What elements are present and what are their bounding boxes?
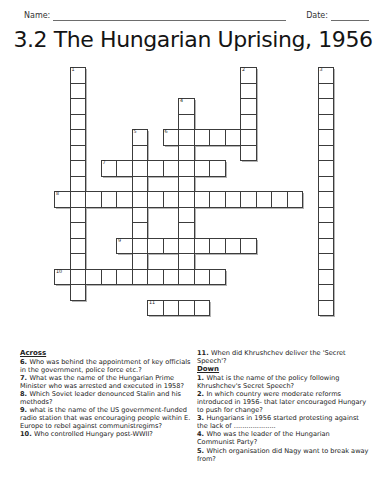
- grid-cell[interactable]: [132, 191, 149, 208]
- grid-cell[interactable]: [85, 191, 102, 208]
- grid-cell[interactable]: [178, 207, 195, 224]
- grid-cell[interactable]: [70, 253, 87, 270]
- grid-cell[interactable]: [70, 145, 87, 162]
- grid-cell[interactable]: [178, 269, 195, 286]
- grid-cell[interactable]: [116, 191, 133, 208]
- grid-cell[interactable]: [147, 191, 164, 208]
- grid-cell[interactable]: [132, 176, 149, 193]
- grid-cell[interactable]: [240, 238, 257, 255]
- grid-cell[interactable]: [225, 129, 242, 146]
- clue-item: 6. Who was behind the appointment of key…: [20, 358, 194, 374]
- grid-cell[interactable]: [70, 129, 87, 146]
- grid-cell[interactable]: [318, 207, 335, 224]
- grid-cell[interactable]: [178, 176, 195, 193]
- clue-item: 1. What is the name of the policy follow…: [197, 374, 369, 390]
- grid-cell[interactable]: [132, 145, 149, 162]
- grid-cell[interactable]: [318, 191, 335, 208]
- grid-cell[interactable]: [70, 207, 87, 224]
- date-input-line[interactable]: [331, 11, 369, 21]
- grid-cell[interactable]: [54, 191, 71, 208]
- grid-cell[interactable]: [240, 145, 257, 162]
- grid-cell[interactable]: [240, 98, 257, 115]
- grid-cell[interactable]: [132, 269, 149, 286]
- grid-cell[interactable]: [240, 191, 257, 208]
- grid-cell[interactable]: [318, 176, 335, 193]
- grid-cell[interactable]: [318, 222, 335, 239]
- grid-cell[interactable]: [318, 284, 335, 301]
- clue-item: 3. Hungarians in 1956 started protesting…: [197, 414, 369, 430]
- down-clue-list: 1. What is the name of the policy follow…: [197, 374, 369, 463]
- grid-cell[interactable]: [240, 114, 257, 131]
- grid-cell[interactable]: [163, 238, 180, 255]
- grid-cell[interactable]: [54, 269, 71, 286]
- clue-item: 9. what is the name of the US government…: [20, 406, 194, 430]
- grid-cell[interactable]: [271, 191, 288, 208]
- grid-cell[interactable]: [70, 160, 87, 177]
- grid-cell[interactable]: [70, 222, 87, 239]
- clue-item: 5. Which organisation did Nagy want to b…: [197, 447, 369, 463]
- grid-cell[interactable]: [116, 269, 133, 286]
- page-title: 3.2 The Hungarian Uprising, 1956: [0, 27, 386, 52]
- clue-item: 4. Who was the leader of the Hungarian C…: [197, 430, 369, 446]
- grid-cell[interactable]: [318, 67, 335, 84]
- crossword-grid: 1234567891011: [54, 67, 334, 316]
- grid-cell[interactable]: [240, 83, 257, 100]
- grid-cell[interactable]: [178, 222, 195, 239]
- grid-cell[interactable]: [318, 145, 335, 162]
- grid-cell[interactable]: [194, 269, 211, 286]
- grid-cell[interactable]: [318, 98, 335, 115]
- name-date-row: Name: Date:: [24, 11, 369, 21]
- clue-item: 7. What was the name of the Hungarian Pr…: [20, 374, 194, 390]
- worksheet-page: Name: Date: 3.2 The Hungarian Uprising, …: [0, 0, 386, 500]
- grid-cell[interactable]: [85, 269, 102, 286]
- grid-cell[interactable]: [318, 300, 335, 317]
- grid-cell[interactable]: [116, 160, 133, 177]
- grid-cell[interactable]: [163, 191, 180, 208]
- grid-cell[interactable]: [318, 238, 335, 255]
- clue-item: 10. Who controlled Hungary post-WWII?: [20, 430, 194, 438]
- grid-cell[interactable]: [194, 191, 211, 208]
- grid-cell[interactable]: [101, 160, 118, 177]
- grid-cell[interactable]: [194, 129, 211, 146]
- grid-cell[interactable]: [70, 284, 87, 301]
- grid-cell[interactable]: [70, 67, 87, 84]
- grid-cell[interactable]: [70, 176, 87, 193]
- grid-cell[interactable]: [194, 300, 211, 317]
- grid-cell[interactable]: [147, 269, 164, 286]
- grid-cell[interactable]: [256, 191, 273, 208]
- grid-cell[interactable]: [209, 238, 226, 255]
- grid-cell[interactable]: [318, 83, 335, 100]
- clue-item: 8. Which Soviet leader denounced Stalin …: [20, 390, 194, 406]
- grid-cell[interactable]: [147, 238, 164, 255]
- grid-cell[interactable]: [225, 191, 242, 208]
- grid-cell[interactable]: [132, 160, 149, 177]
- down-clues-column: 11. When did Khrushchev deliver the 'Sec…: [197, 349, 369, 463]
- grid-cell[interactable]: [318, 129, 335, 146]
- grid-cell[interactable]: [178, 145, 195, 162]
- grid-cell[interactable]: [147, 300, 164, 317]
- grid-cell[interactable]: [178, 160, 195, 177]
- grid-cell[interactable]: [178, 300, 195, 317]
- grid-cell[interactable]: [178, 114, 195, 131]
- grid-cell[interactable]: [194, 160, 211, 177]
- grid-cell[interactable]: [318, 269, 335, 286]
- grid-cell[interactable]: [178, 129, 195, 146]
- grid-cell[interactable]: [287, 191, 304, 208]
- grid-cell[interactable]: [178, 98, 195, 115]
- grid-cell[interactable]: [70, 83, 87, 100]
- name-input-line[interactable]: [53, 11, 286, 21]
- grid-cell[interactable]: [70, 191, 87, 208]
- grid-cell[interactable]: [318, 114, 335, 131]
- grid-cell[interactable]: [318, 253, 335, 270]
- across-heading: Across: [20, 349, 194, 358]
- grid-cell[interactable]: [209, 160, 226, 177]
- grid-cell[interactable]: [209, 191, 226, 208]
- grid-cell[interactable]: [178, 191, 195, 208]
- grid-cell[interactable]: [132, 222, 149, 239]
- grid-cell[interactable]: [101, 191, 118, 208]
- grid-cell[interactable]: [209, 269, 226, 286]
- grid-cell[interactable]: [209, 129, 226, 146]
- grid-cell[interactable]: [163, 160, 180, 177]
- grid-cell[interactable]: [240, 129, 257, 146]
- across-clue-list: 6. Who was behind the appointment of key…: [20, 358, 194, 439]
- grid-cell[interactable]: [240, 67, 257, 84]
- grid-cell[interactable]: [132, 207, 149, 224]
- across-clue-11: 11. When did Khrushchev deliver the 'Sec…: [197, 349, 369, 365]
- clue-item: 2. In which country were moderate reform…: [197, 390, 369, 414]
- clue-item: 11. When did Khrushchev deliver the 'Sec…: [197, 349, 369, 365]
- grid-cell[interactable]: [70, 98, 87, 115]
- grid-cell[interactable]: [70, 269, 87, 286]
- date-label: Date:: [306, 11, 328, 21]
- grid-cell[interactable]: [101, 269, 118, 286]
- grid-cell[interactable]: [194, 238, 211, 255]
- grid-cell[interactable]: [147, 160, 164, 177]
- grid-cell[interactable]: [163, 300, 180, 317]
- grid-cell[interactable]: [70, 114, 87, 131]
- grid-cell[interactable]: [116, 238, 133, 255]
- grid-cell[interactable]: [132, 129, 149, 146]
- grid-cell[interactable]: [318, 160, 335, 177]
- grid-cell[interactable]: [163, 269, 180, 286]
- grid-cell[interactable]: [225, 238, 242, 255]
- grid-cell[interactable]: [132, 238, 149, 255]
- across-clues-column: Across 6. Who was behind the appointment…: [20, 349, 194, 438]
- name-label: Name:: [24, 11, 50, 21]
- grid-cell[interactable]: [70, 238, 87, 255]
- down-heading: Down: [197, 365, 369, 374]
- grid-cell[interactable]: [178, 238, 195, 255]
- grid-cell[interactable]: [163, 129, 180, 146]
- grid-cell[interactable]: [132, 253, 149, 270]
- grid-cell[interactable]: [178, 253, 195, 270]
